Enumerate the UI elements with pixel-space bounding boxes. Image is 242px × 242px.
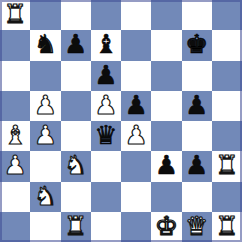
white-bishop[interactable]: ♝ <box>3 122 26 148</box>
square-g7[interactable]: ♚ <box>182 30 212 60</box>
white-pawn[interactable]: ♟ <box>94 92 117 118</box>
square-g2[interactable] <box>182 182 212 212</box>
chess-board: ♜♞♟♝♚♟♟♟♟♟♝♟♛♟♟♞♟♟♜♞♜♚♛♜ <box>0 0 242 242</box>
square-c4[interactable] <box>61 121 91 151</box>
square-e1[interactable] <box>121 212 151 242</box>
square-d5[interactable]: ♟ <box>91 91 121 121</box>
white-rook[interactable]: ♜ <box>215 213 238 239</box>
black-pawn[interactable]: ♟ <box>155 152 178 178</box>
square-b6[interactable] <box>30 61 60 91</box>
square-h6[interactable] <box>212 61 242 91</box>
square-e7[interactable] <box>121 30 151 60</box>
square-c7[interactable]: ♟ <box>61 30 91 60</box>
square-d3[interactable] <box>91 151 121 181</box>
square-f5[interactable] <box>151 91 181 121</box>
black-pawn[interactable]: ♟ <box>185 152 208 178</box>
square-c6[interactable] <box>61 61 91 91</box>
square-a8[interactable]: ♜ <box>0 0 30 30</box>
black-queen[interactable]: ♛ <box>94 122 117 148</box>
square-d4[interactable]: ♛ <box>91 121 121 151</box>
white-pawn[interactable]: ♟ <box>3 152 26 178</box>
square-c1[interactable]: ♜ <box>61 212 91 242</box>
square-e3[interactable] <box>121 151 151 181</box>
square-c8[interactable] <box>61 0 91 30</box>
white-pawn[interactable]: ♟ <box>124 122 147 148</box>
square-a3[interactable]: ♟ <box>0 151 30 181</box>
square-g5[interactable]: ♟ <box>182 91 212 121</box>
black-pawn[interactable]: ♟ <box>124 92 147 118</box>
black-pawn[interactable]: ♟ <box>94 62 117 88</box>
square-b8[interactable] <box>30 0 60 30</box>
white-rook[interactable]: ♜ <box>64 213 87 239</box>
square-d6[interactable]: ♟ <box>91 61 121 91</box>
square-h8[interactable] <box>212 0 242 30</box>
square-a5[interactable] <box>0 91 30 121</box>
square-d8[interactable] <box>91 0 121 30</box>
white-pawn[interactable]: ♟ <box>34 92 57 118</box>
black-pawn[interactable]: ♟ <box>64 31 87 57</box>
square-h4[interactable] <box>212 121 242 151</box>
white-rook[interactable]: ♜ <box>3 1 26 27</box>
square-c5[interactable] <box>61 91 91 121</box>
square-h1[interactable]: ♜ <box>212 212 242 242</box>
square-f3[interactable]: ♟ <box>151 151 181 181</box>
square-b4[interactable]: ♟ <box>30 121 60 151</box>
square-h7[interactable] <box>212 30 242 60</box>
square-g3[interactable]: ♟ <box>182 151 212 181</box>
square-f1[interactable]: ♚ <box>151 212 181 242</box>
white-knight[interactable]: ♞ <box>34 183 57 209</box>
square-h3[interactable]: ♜ <box>212 151 242 181</box>
square-a7[interactable] <box>0 30 30 60</box>
black-king[interactable]: ♚ <box>185 31 208 57</box>
square-f4[interactable] <box>151 121 181 151</box>
square-f7[interactable] <box>151 30 181 60</box>
square-a4[interactable]: ♝ <box>0 121 30 151</box>
square-h2[interactable] <box>212 182 242 212</box>
white-queen[interactable]: ♛ <box>185 213 208 239</box>
square-f2[interactable] <box>151 182 181 212</box>
square-g4[interactable] <box>182 121 212 151</box>
square-e2[interactable] <box>121 182 151 212</box>
square-b7[interactable]: ♞ <box>30 30 60 60</box>
square-e6[interactable] <box>121 61 151 91</box>
black-knight[interactable]: ♞ <box>34 31 57 57</box>
black-bishop[interactable]: ♝ <box>94 31 117 57</box>
square-c2[interactable] <box>61 182 91 212</box>
square-e8[interactable] <box>121 0 151 30</box>
square-b1[interactable] <box>30 212 60 242</box>
square-d2[interactable] <box>91 182 121 212</box>
square-a1[interactable] <box>0 212 30 242</box>
square-d7[interactable]: ♝ <box>91 30 121 60</box>
square-a2[interactable] <box>0 182 30 212</box>
square-e5[interactable]: ♟ <box>121 91 151 121</box>
square-g8[interactable] <box>182 0 212 30</box>
square-b2[interactable]: ♞ <box>30 182 60 212</box>
square-b3[interactable] <box>30 151 60 181</box>
white-king[interactable]: ♚ <box>155 213 178 239</box>
chess-board-container: ♜♞♟♝♚♟♟♟♟♟♝♟♛♟♟♞♟♟♜♞♜♚♛♜ <box>0 0 242 242</box>
square-h5[interactable] <box>212 91 242 121</box>
square-c3[interactable]: ♞ <box>61 151 91 181</box>
square-e4[interactable]: ♟ <box>121 121 151 151</box>
square-d1[interactable] <box>91 212 121 242</box>
square-g1[interactable]: ♛ <box>182 212 212 242</box>
square-f8[interactable] <box>151 0 181 30</box>
square-b5[interactable]: ♟ <box>30 91 60 121</box>
square-g6[interactable] <box>182 61 212 91</box>
square-f6[interactable] <box>151 61 181 91</box>
white-rook[interactable]: ♜ <box>215 152 238 178</box>
white-pawn[interactable]: ♟ <box>34 122 57 148</box>
square-a6[interactable] <box>0 61 30 91</box>
black-pawn[interactable]: ♟ <box>185 92 208 118</box>
white-knight[interactable]: ♞ <box>64 152 87 178</box>
